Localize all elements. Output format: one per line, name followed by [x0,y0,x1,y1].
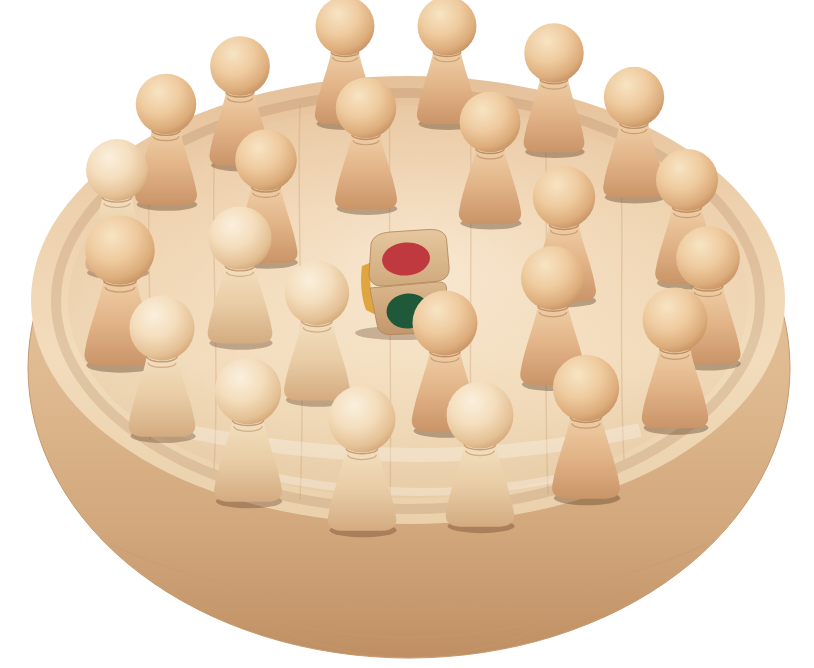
product-photo-stage [0,0,814,668]
memory-chess-scene [0,0,814,668]
